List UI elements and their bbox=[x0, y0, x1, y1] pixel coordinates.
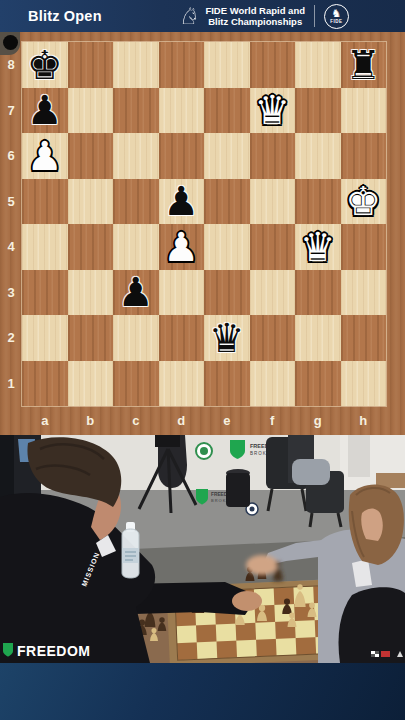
file-labels: abcdefgh bbox=[22, 406, 386, 435]
event-name-line2: Blitz Championships bbox=[205, 16, 305, 27]
square-f7[interactable]: ♛ bbox=[250, 88, 296, 134]
rank-label-7: 7 bbox=[0, 88, 22, 134]
live-camera-view: FREEDOM BROKER FREEDOM BROKER bbox=[0, 435, 405, 663]
square-h2[interactable] bbox=[341, 315, 387, 361]
square-g5[interactable] bbox=[295, 179, 341, 225]
freedom-caption-text: FREEDOM bbox=[17, 643, 91, 659]
file-label-b: b bbox=[68, 406, 114, 435]
square-e3[interactable] bbox=[204, 270, 250, 316]
square-f1[interactable] bbox=[250, 361, 296, 407]
square-h1[interactable] bbox=[341, 361, 387, 407]
square-f5[interactable] bbox=[250, 179, 296, 225]
square-e6[interactable] bbox=[204, 133, 250, 179]
square-e5[interactable] bbox=[204, 179, 250, 225]
red-flag-icon bbox=[381, 651, 390, 657]
square-h4[interactable] bbox=[341, 224, 387, 270]
square-c1[interactable] bbox=[113, 361, 159, 407]
square-c6[interactable] bbox=[113, 133, 159, 179]
square-f3[interactable] bbox=[250, 270, 296, 316]
rank-label-8: 8 bbox=[0, 42, 22, 88]
square-g8[interactable] bbox=[295, 42, 341, 88]
square-h3[interactable] bbox=[341, 270, 387, 316]
square-b6[interactable] bbox=[68, 133, 114, 179]
black-pawn[interactable]: ♟ bbox=[118, 272, 154, 312]
square-b7[interactable] bbox=[68, 88, 114, 134]
white-pawn[interactable]: ♟ bbox=[163, 227, 199, 267]
square-c2[interactable] bbox=[113, 315, 159, 361]
square-c5[interactable] bbox=[113, 179, 159, 225]
black-pawn[interactable]: ♟ bbox=[163, 181, 199, 221]
square-a8[interactable]: ♚ bbox=[22, 42, 68, 88]
square-b2[interactable] bbox=[68, 315, 114, 361]
file-label-h: h bbox=[341, 406, 387, 435]
water-bottle bbox=[122, 522, 139, 578]
square-g4[interactable]: ♛ bbox=[295, 224, 341, 270]
event-name: FIDE World Rapid and Blitz Championships bbox=[205, 5, 305, 28]
footer-band bbox=[0, 663, 405, 720]
square-h8[interactable]: ♜ bbox=[341, 42, 387, 88]
white-queen[interactable]: ♛ bbox=[254, 90, 290, 130]
black-king[interactable]: ♚ bbox=[27, 45, 63, 85]
square-a7[interactable]: ♟ bbox=[22, 88, 68, 134]
chess-board-panel: ♚♜♟♛♟♟♚♟♛♟♛ 87654321 abcdefgh bbox=[0, 32, 405, 435]
rank-label-2: 2 bbox=[0, 315, 22, 361]
header-bar: Blitz Open ♘ FIDE World Rapid and Blitz … bbox=[0, 0, 405, 32]
fide-knight-logo-icon: ♘ bbox=[179, 5, 200, 28]
board-grid: ♚♜♟♛♟♟♚♟♛♟♛ bbox=[22, 42, 386, 406]
square-h7[interactable] bbox=[341, 88, 387, 134]
event-name-line1: FIDE World Rapid and bbox=[205, 5, 305, 16]
square-f8[interactable] bbox=[250, 42, 296, 88]
white-queen[interactable]: ♛ bbox=[300, 227, 336, 267]
square-d1[interactable] bbox=[159, 361, 205, 407]
black-rook[interactable]: ♜ bbox=[345, 45, 381, 85]
square-b3[interactable] bbox=[68, 270, 114, 316]
file-label-c: c bbox=[113, 406, 159, 435]
square-e2[interactable]: ♛ bbox=[204, 315, 250, 361]
square-d3[interactable] bbox=[159, 270, 205, 316]
square-e4[interactable] bbox=[204, 224, 250, 270]
square-d2[interactable] bbox=[159, 315, 205, 361]
white-pawn[interactable]: ♟ bbox=[27, 136, 63, 176]
square-h6[interactable] bbox=[341, 133, 387, 179]
square-g3[interactable] bbox=[295, 270, 341, 316]
fide-badge-label: FIDE bbox=[330, 20, 342, 25]
square-a5[interactable] bbox=[22, 179, 68, 225]
square-d7[interactable] bbox=[159, 88, 205, 134]
square-d8[interactable] bbox=[159, 42, 205, 88]
square-f6[interactable] bbox=[250, 133, 296, 179]
square-h5[interactable]: ♚ bbox=[341, 179, 387, 225]
fide-logo: ♞ FIDE bbox=[324, 4, 349, 29]
square-b5[interactable] bbox=[68, 179, 114, 225]
sponsor-caption: FREEDOM bbox=[3, 643, 91, 659]
file-label-g: g bbox=[295, 406, 341, 435]
rank-label-1: 1 bbox=[0, 361, 22, 407]
broadcast-screen: Blitz Open ♘ FIDE World Rapid and Blitz … bbox=[0, 0, 405, 720]
square-b1[interactable] bbox=[68, 361, 114, 407]
square-d6[interactable] bbox=[159, 133, 205, 179]
broadcast-title: Blitz Open bbox=[28, 8, 102, 24]
square-b4[interactable] bbox=[68, 224, 114, 270]
square-a1[interactable] bbox=[22, 361, 68, 407]
square-c7[interactable] bbox=[113, 88, 159, 134]
file-label-e: e bbox=[204, 406, 250, 435]
square-g2[interactable] bbox=[295, 315, 341, 361]
square-c8[interactable] bbox=[113, 42, 159, 88]
square-c4[interactable] bbox=[113, 224, 159, 270]
square-e1[interactable] bbox=[204, 361, 250, 407]
square-b8[interactable] bbox=[68, 42, 114, 88]
rank-labels: 87654321 bbox=[0, 42, 22, 406]
square-f2[interactable] bbox=[250, 315, 296, 361]
file-label-f: f bbox=[250, 406, 296, 435]
file-label-a: a bbox=[22, 406, 68, 435]
square-d5[interactable]: ♟ bbox=[159, 179, 205, 225]
rank-label-3: 3 bbox=[0, 270, 22, 316]
white-king[interactable]: ♚ bbox=[345, 181, 381, 221]
square-a6[interactable]: ♟ bbox=[22, 133, 68, 179]
square-c3[interactable]: ♟ bbox=[113, 270, 159, 316]
square-a2[interactable] bbox=[22, 315, 68, 361]
square-e7[interactable] bbox=[204, 88, 250, 134]
square-a4[interactable] bbox=[22, 224, 68, 270]
event-branding: ♘ FIDE World Rapid and Blitz Championshi… bbox=[179, 4, 349, 29]
rank-label-6: 6 bbox=[0, 133, 22, 179]
square-a3[interactable] bbox=[22, 270, 68, 316]
square-f4[interactable] bbox=[250, 224, 296, 270]
rank-label-4: 4 bbox=[0, 224, 22, 270]
square-e8[interactable] bbox=[204, 42, 250, 88]
header-divider bbox=[314, 5, 315, 27]
player-left-hand bbox=[232, 591, 262, 611]
square-g1[interactable] bbox=[295, 361, 341, 407]
black-pawn[interactable]: ♟ bbox=[27, 90, 63, 130]
rank-label-5: 5 bbox=[0, 179, 22, 225]
black-queen[interactable]: ♛ bbox=[209, 318, 245, 358]
square-g7[interactable] bbox=[295, 88, 341, 134]
file-label-d: d bbox=[159, 406, 205, 435]
square-d4[interactable]: ♟ bbox=[159, 224, 205, 270]
fide-badge-knight-icon: ♞ bbox=[332, 8, 342, 19]
square-g6[interactable] bbox=[295, 133, 341, 179]
